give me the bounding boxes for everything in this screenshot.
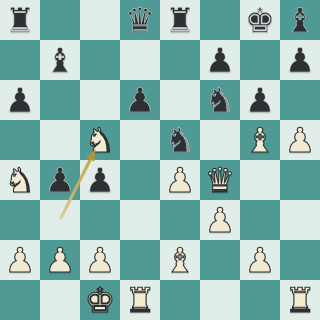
square-h8[interactable]: ♝	[280, 0, 320, 40]
square-g4[interactable]	[240, 160, 280, 200]
black-bishop: ♝	[40, 40, 80, 80]
chess-board-container: ♜♛♜♚♝♝♟♟♟♟♞♟♞♞♝♟♞♟♟♟♛♟♟♟♟♝♟♚♜♜	[0, 0, 320, 320]
square-f5[interactable]	[200, 120, 240, 160]
black-queen: ♛	[120, 0, 160, 40]
square-e1[interactable]	[160, 280, 200, 320]
white-bishop: ♝	[160, 240, 200, 280]
square-a2[interactable]: ♟	[0, 240, 40, 280]
square-f7[interactable]: ♟	[200, 40, 240, 80]
square-b8[interactable]	[40, 0, 80, 40]
square-a5[interactable]	[0, 120, 40, 160]
square-f1[interactable]	[200, 280, 240, 320]
black-king: ♚	[240, 0, 280, 40]
square-a1[interactable]	[0, 280, 40, 320]
white-pawn: ♟	[240, 240, 280, 280]
square-h4[interactable]	[280, 160, 320, 200]
white-pawn: ♟	[160, 160, 200, 200]
square-h2[interactable]	[280, 240, 320, 280]
white-pawn: ♟	[40, 240, 80, 280]
square-b1[interactable]	[40, 280, 80, 320]
square-e6[interactable]	[160, 80, 200, 120]
square-b4[interactable]: ♟	[40, 160, 80, 200]
black-bishop: ♝	[280, 0, 320, 40]
square-b7[interactable]: ♝	[40, 40, 80, 80]
square-g7[interactable]	[240, 40, 280, 80]
white-knight: ♞	[0, 160, 40, 200]
square-h3[interactable]	[280, 200, 320, 240]
square-h6[interactable]	[280, 80, 320, 120]
black-knight: ♞	[200, 80, 240, 120]
square-e3[interactable]	[160, 200, 200, 240]
square-e7[interactable]	[160, 40, 200, 80]
square-b5[interactable]	[40, 120, 80, 160]
square-h7[interactable]: ♟	[280, 40, 320, 80]
white-queen: ♛	[200, 160, 240, 200]
white-bishop: ♝	[240, 120, 280, 160]
square-c5[interactable]: ♞	[80, 120, 120, 160]
white-rook: ♜	[120, 280, 160, 320]
square-d7[interactable]	[120, 40, 160, 80]
white-pawn: ♟	[0, 240, 40, 280]
square-d2[interactable]	[120, 240, 160, 280]
square-a6[interactable]: ♟	[0, 80, 40, 120]
square-a8[interactable]: ♜	[0, 0, 40, 40]
square-e5[interactable]: ♞	[160, 120, 200, 160]
square-c2[interactable]: ♟	[80, 240, 120, 280]
black-pawn: ♟	[120, 80, 160, 120]
square-d1[interactable]: ♜	[120, 280, 160, 320]
black-pawn: ♟	[240, 80, 280, 120]
square-c1[interactable]: ♚	[80, 280, 120, 320]
black-pawn: ♟	[200, 40, 240, 80]
square-a3[interactable]	[0, 200, 40, 240]
black-rook: ♜	[160, 0, 200, 40]
square-b6[interactable]	[40, 80, 80, 120]
square-h5[interactable]: ♟	[280, 120, 320, 160]
square-g5[interactable]: ♝	[240, 120, 280, 160]
square-c3[interactable]	[80, 200, 120, 240]
square-g3[interactable]	[240, 200, 280, 240]
white-knight: ♞	[80, 120, 120, 160]
white-pawn: ♟	[80, 240, 120, 280]
square-c4[interactable]: ♟	[80, 160, 120, 200]
square-d4[interactable]	[120, 160, 160, 200]
white-pawn: ♟	[280, 120, 320, 160]
black-pawn: ♟	[280, 40, 320, 80]
square-g6[interactable]: ♟	[240, 80, 280, 120]
square-d5[interactable]	[120, 120, 160, 160]
square-f8[interactable]	[200, 0, 240, 40]
square-e2[interactable]: ♝	[160, 240, 200, 280]
square-d8[interactable]: ♛	[120, 0, 160, 40]
black-rook: ♜	[0, 0, 40, 40]
square-c6[interactable]	[80, 80, 120, 120]
square-h1[interactable]: ♜	[280, 280, 320, 320]
black-pawn: ♟	[0, 80, 40, 120]
black-pawn: ♟	[80, 160, 120, 200]
square-b3[interactable]	[40, 200, 80, 240]
white-pawn: ♟	[200, 200, 240, 240]
square-d3[interactable]	[120, 200, 160, 240]
square-b2[interactable]: ♟	[40, 240, 80, 280]
square-a7[interactable]	[0, 40, 40, 80]
square-f4[interactable]: ♛	[200, 160, 240, 200]
square-d6[interactable]: ♟	[120, 80, 160, 120]
square-f2[interactable]	[200, 240, 240, 280]
square-f3[interactable]: ♟	[200, 200, 240, 240]
square-e8[interactable]: ♜	[160, 0, 200, 40]
black-pawn: ♟	[40, 160, 80, 200]
square-g8[interactable]: ♚	[240, 0, 280, 40]
square-f6[interactable]: ♞	[200, 80, 240, 120]
chess-board: ♜♛♜♚♝♝♟♟♟♟♞♟♞♞♝♟♞♟♟♟♛♟♟♟♟♝♟♚♜♜	[0, 0, 320, 320]
black-knight: ♞	[160, 120, 200, 160]
square-c7[interactable]	[80, 40, 120, 80]
square-g2[interactable]: ♟	[240, 240, 280, 280]
square-e4[interactable]: ♟	[160, 160, 200, 200]
square-g1[interactable]	[240, 280, 280, 320]
square-a4[interactable]: ♞	[0, 160, 40, 200]
white-rook: ♜	[280, 280, 320, 320]
white-king: ♚	[80, 280, 120, 320]
square-c8[interactable]	[80, 0, 120, 40]
